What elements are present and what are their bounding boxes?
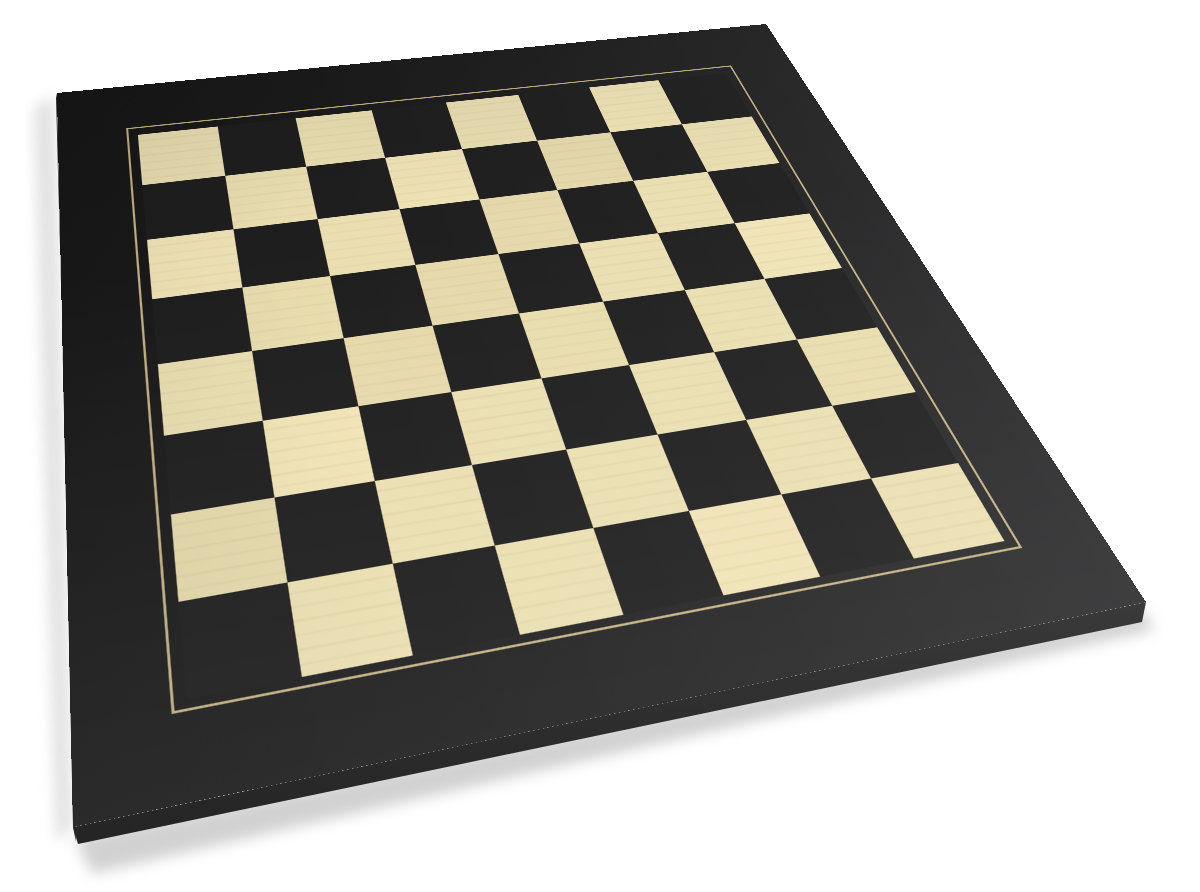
- square-b5: [242, 276, 343, 351]
- product-photo-background: [0, 0, 1200, 892]
- square-c4: [344, 326, 452, 407]
- square-a6: [147, 229, 242, 299]
- square-d7: [385, 149, 479, 209]
